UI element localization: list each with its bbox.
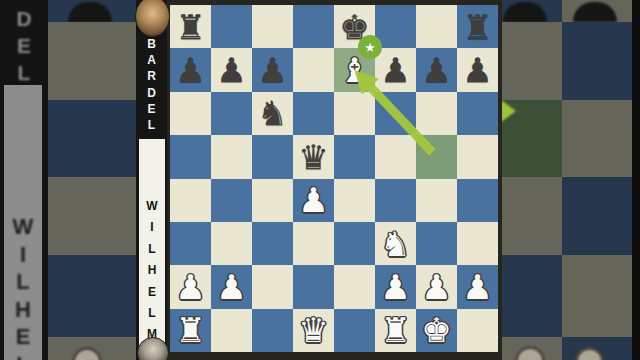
square-g7[interactable]: ♟ — [416, 48, 457, 91]
square-b1[interactable] — [211, 309, 252, 352]
square-c2[interactable] — [252, 265, 293, 308]
bg-square — [562, 177, 632, 255]
square-g3[interactable] — [416, 222, 457, 265]
square-f3[interactable]: ♞ — [375, 222, 416, 265]
square-g5[interactable] — [416, 135, 457, 178]
square-b6[interactable] — [211, 92, 252, 135]
bg-top-letters: DEL — [0, 5, 48, 86]
square-h3[interactable] — [457, 222, 498, 265]
bg-square — [502, 177, 562, 255]
square-f6[interactable] — [375, 92, 416, 135]
square-h8[interactable]: ♜ — [457, 5, 498, 48]
letter: L — [139, 239, 165, 260]
black-pawn: ♟ — [380, 53, 410, 87]
letter: W — [139, 196, 165, 217]
square-a8[interactable]: ♜ — [170, 5, 211, 48]
white-knight: ♞ — [380, 227, 410, 261]
square-b3[interactable] — [211, 222, 252, 265]
letter: L — [0, 59, 48, 86]
square-h6[interactable] — [457, 92, 498, 135]
square-f5[interactable] — [375, 135, 416, 178]
chess-board: ♜♚♜♟♟♟♝♟♟♟♞♛♟♞♟♟♟♟♟♜♛♜♚ — [170, 5, 498, 352]
bg-square — [48, 100, 136, 177]
square-f2[interactable]: ♟ — [375, 265, 416, 308]
square-e3[interactable] — [334, 222, 375, 265]
black-pawn: ♟ — [175, 53, 205, 87]
white-rook: ♜ — [175, 313, 205, 347]
bg-square — [562, 22, 632, 100]
square-c4[interactable] — [252, 179, 293, 222]
bg-square — [502, 255, 562, 337]
white-queen: ♛ — [298, 313, 328, 347]
letter: D — [136, 85, 167, 101]
white-king: ♚ — [421, 313, 451, 347]
square-d6[interactable] — [293, 92, 334, 135]
letter: H — [139, 260, 165, 281]
square-e4[interactable] — [334, 179, 375, 222]
square-e6[interactable] — [334, 92, 375, 135]
square-b8[interactable] — [211, 5, 252, 48]
square-c1[interactable] — [252, 309, 293, 352]
square-f4[interactable] — [375, 179, 416, 222]
bg-square — [562, 255, 632, 337]
black-pawn: ♟ — [257, 53, 287, 87]
square-h4[interactable] — [457, 179, 498, 222]
square-b5[interactable] — [211, 135, 252, 178]
square-c7[interactable]: ♟ — [252, 48, 293, 91]
black-knight: ♞ — [257, 96, 287, 130]
square-c3[interactable] — [252, 222, 293, 265]
square-g2[interactable]: ♟ — [416, 265, 457, 308]
bg-right-black-bar — [632, 0, 640, 360]
board-frame: ♜♚♜♟♟♟♝♟♟♟♞♛♟♞♟♟♟♟♟♜♛♜♚ ★ — [162, 0, 502, 360]
square-f7[interactable]: ♟ — [375, 48, 416, 91]
square-b2[interactable]: ♟ — [211, 265, 252, 308]
black-rook: ♜ — [462, 10, 492, 44]
square-d8[interactable] — [293, 5, 334, 48]
letter: I — [139, 217, 165, 238]
square-f1[interactable]: ♜ — [375, 309, 416, 352]
square-e5[interactable] — [334, 135, 375, 178]
square-b7[interactable]: ♟ — [211, 48, 252, 91]
square-g1[interactable]: ♚ — [416, 309, 457, 352]
square-g6[interactable] — [416, 92, 457, 135]
bg-square — [502, 22, 562, 100]
letter: E — [136, 101, 167, 117]
letter: E — [139, 282, 165, 303]
letter: I — [4, 241, 42, 269]
white-rook: ♜ — [380, 313, 410, 347]
letter: E — [0, 32, 48, 59]
white-player-name: WILHELM — [139, 196, 165, 346]
letter: W — [4, 213, 42, 241]
white-pawn: ♟ — [216, 270, 246, 304]
square-a7[interactable]: ♟ — [170, 48, 211, 91]
black-rook: ♜ — [175, 10, 205, 44]
white-pawn: ♟ — [462, 270, 492, 304]
square-h7[interactable]: ♟ — [457, 48, 498, 91]
square-e1[interactable] — [334, 309, 375, 352]
black-pawn: ♟ — [421, 53, 451, 87]
square-d2[interactable] — [293, 265, 334, 308]
square-a5[interactable] — [170, 135, 211, 178]
white-pawn: ♟ — [380, 270, 410, 304]
letter: A — [136, 52, 167, 68]
letter: D — [0, 5, 48, 32]
square-g4[interactable] — [416, 179, 457, 222]
letter: L — [139, 303, 165, 324]
bg-square — [48, 255, 136, 337]
white-pawn: ♟ — [175, 270, 205, 304]
black-pawn: ♟ — [216, 53, 246, 87]
square-c6[interactable]: ♞ — [252, 92, 293, 135]
black-pawn: ♟ — [462, 53, 492, 87]
square-a4[interactable] — [170, 179, 211, 222]
square-a1[interactable]: ♜ — [170, 309, 211, 352]
letter: L — [136, 117, 167, 133]
video-frame: DEL WILHELM ♜♚♜♟♟♟♝♟♟♟♞♛♟♞♟♟♟♟♟♜♛♜♚ ★ — [0, 0, 640, 360]
square-c5[interactable] — [252, 135, 293, 178]
square-a3[interactable] — [170, 222, 211, 265]
letter: B — [136, 36, 167, 52]
white-pawn: ♟ — [298, 183, 328, 217]
letter: R — [136, 68, 167, 84]
bg-square — [48, 22, 136, 100]
square-c8[interactable] — [252, 5, 293, 48]
square-d4[interactable]: ♟ — [293, 179, 334, 222]
square-g8[interactable] — [416, 5, 457, 48]
square-b4[interactable] — [211, 179, 252, 222]
square-a2[interactable]: ♟ — [170, 265, 211, 308]
square-d1[interactable]: ♛ — [293, 309, 334, 352]
black-player-name: BARDEL — [136, 36, 167, 133]
letter: L — [4, 268, 42, 296]
bg-square — [562, 100, 632, 177]
square-h5[interactable] — [457, 135, 498, 178]
black-queen: ♛ — [298, 140, 328, 174]
bg-square — [48, 177, 136, 255]
white-pawn: ♟ — [421, 270, 451, 304]
bg-bottom-letters: WILHELM — [4, 213, 42, 360]
square-h1[interactable] — [457, 309, 498, 352]
square-a6[interactable] — [170, 92, 211, 135]
letter: L — [4, 351, 42, 360]
square-e2[interactable] — [334, 265, 375, 308]
letter: H — [4, 296, 42, 324]
square-h2[interactable]: ♟ — [457, 265, 498, 308]
square-d7[interactable] — [293, 48, 334, 91]
bg-blurred-arrowhead — [501, 100, 516, 122]
letter: E — [4, 323, 42, 351]
square-d5[interactable]: ♛ — [293, 135, 334, 178]
square-d3[interactable] — [293, 222, 334, 265]
